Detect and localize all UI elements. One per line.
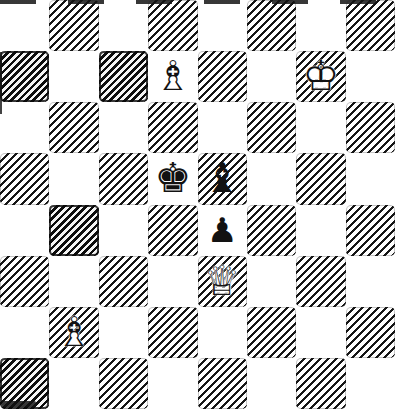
black-bishop[interactable]: ♝: [198, 153, 247, 204]
chess-diagram: ♝♗♚♔♚♝♟♛♕♝♗: [0, 0, 395, 409]
square-d5[interactable]: ♚: [148, 153, 197, 204]
square-f3[interactable]: [247, 256, 296, 307]
top-border-artifact: [0, 0, 395, 4]
square-f7[interactable]: [247, 51, 296, 102]
square-d6[interactable]: [148, 102, 197, 153]
white-king[interactable]: ♚♔: [296, 51, 345, 102]
square-h5[interactable]: [346, 153, 395, 204]
square-g3[interactable]: [296, 256, 345, 307]
square-a4[interactable]: [0, 205, 49, 256]
square-h6[interactable]: [346, 102, 395, 153]
square-d8[interactable]: [148, 0, 197, 51]
square-a6[interactable]: [0, 102, 49, 153]
square-d3[interactable]: [148, 256, 197, 307]
square-b3[interactable]: [49, 256, 98, 307]
square-d7[interactable]: ♝♗: [148, 51, 197, 102]
square-g5[interactable]: [296, 153, 345, 204]
square-c6[interactable]: [99, 102, 148, 153]
square-d2[interactable]: [148, 307, 197, 358]
square-f4[interactable]: [247, 205, 296, 256]
square-h7[interactable]: [346, 51, 395, 102]
square-g2[interactable]: [296, 307, 345, 358]
white-queen[interactable]: ♛♕: [198, 256, 247, 307]
square-h8[interactable]: [346, 0, 395, 51]
square-e2[interactable]: [198, 307, 247, 358]
square-f8[interactable]: [247, 0, 296, 51]
square-a7[interactable]: [0, 51, 49, 102]
square-c8[interactable]: [99, 0, 148, 51]
square-d1[interactable]: [148, 358, 197, 409]
square-b6[interactable]: [49, 102, 98, 153]
black-king[interactable]: ♚: [148, 153, 197, 204]
white-bishop[interactable]: ♝♗: [148, 51, 197, 102]
square-e6[interactable]: [198, 102, 247, 153]
square-e7[interactable]: [198, 51, 247, 102]
square-c3[interactable]: [99, 256, 148, 307]
bottom-left-ink-artifact: [2, 401, 36, 407]
square-b2[interactable]: ♝♗: [49, 307, 98, 358]
square-c7[interactable]: [99, 51, 148, 102]
white-king-glyph: ♔: [296, 51, 345, 102]
square-e1[interactable]: [198, 358, 247, 409]
square-h1[interactable]: [346, 358, 395, 409]
white-queen-glyph: ♕: [198, 256, 247, 307]
square-g4[interactable]: [296, 205, 345, 256]
chess-board: ♝♗♚♔♚♝♟♛♕♝♗: [0, 0, 395, 409]
left-border-artifact: [0, 52, 2, 114]
square-f5[interactable]: [247, 153, 296, 204]
white-bishop-glyph: ♗: [49, 307, 98, 358]
square-f6[interactable]: [247, 102, 296, 153]
square-f2[interactable]: [247, 307, 296, 358]
square-g8[interactable]: [296, 0, 345, 51]
square-d4[interactable]: [148, 205, 197, 256]
square-c5[interactable]: [99, 153, 148, 204]
square-c4[interactable]: [99, 205, 148, 256]
square-e4[interactable]: ♟: [198, 205, 247, 256]
square-a5[interactable]: [0, 153, 49, 204]
white-bishop[interactable]: ♝♗: [49, 307, 98, 358]
square-e5[interactable]: ♝: [198, 153, 247, 204]
square-e8[interactable]: [198, 0, 247, 51]
square-b4[interactable]: [49, 205, 98, 256]
black-bishop-glyph: ♝: [198, 153, 247, 204]
square-a3[interactable]: [0, 256, 49, 307]
square-f1[interactable]: [247, 358, 296, 409]
white-bishop-glyph: ♗: [148, 51, 197, 102]
square-h3[interactable]: [346, 256, 395, 307]
black-pawn-glyph: ♟: [198, 205, 247, 256]
square-c2[interactable]: [99, 307, 148, 358]
square-b5[interactable]: [49, 153, 98, 204]
square-e3[interactable]: ♛♕: [198, 256, 247, 307]
square-g6[interactable]: [296, 102, 345, 153]
square-g1[interactable]: [296, 358, 345, 409]
black-pawn[interactable]: ♟: [198, 205, 247, 256]
square-b7[interactable]: [49, 51, 98, 102]
square-h2[interactable]: [346, 307, 395, 358]
square-h4[interactable]: [346, 205, 395, 256]
square-b8[interactable]: [49, 0, 98, 51]
square-b1[interactable]: [49, 358, 98, 409]
square-a8[interactable]: [0, 0, 49, 51]
square-c1[interactable]: [99, 358, 148, 409]
square-a2[interactable]: [0, 307, 49, 358]
square-g7[interactable]: ♚♔: [296, 51, 345, 102]
black-king-glyph: ♚: [148, 153, 197, 204]
